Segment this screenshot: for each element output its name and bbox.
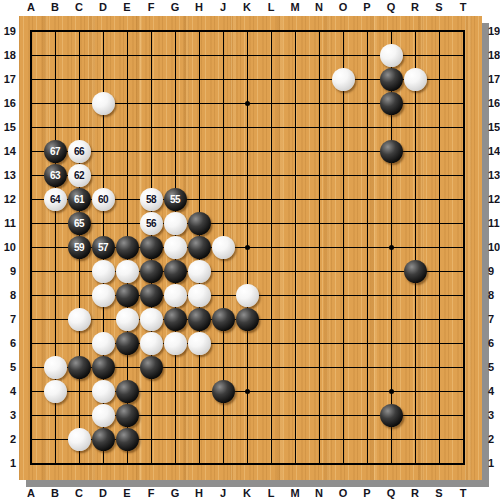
move-number-label: 57 [98,242,108,253]
white-stone-D3[interactable] [92,404,115,427]
white-stone-B4[interactable] [44,380,67,403]
black-stone-E3[interactable] [116,404,139,427]
move-number-label: 56 [146,218,156,229]
black-stone-D5[interactable] [92,356,115,379]
coord-label-row-18: 18 [0,48,16,62]
white-stone-C7[interactable] [68,308,91,331]
coord-label-row-5: 5 [0,360,16,374]
coord-label-row-13: 13 [488,168,500,182]
white-stone-F12[interactable]: 58 [140,188,163,211]
go-board-page: 67666362646160585565565957 AABBCCDDEEFFG… [0,0,500,500]
coord-label-row-19: 19 [488,24,500,38]
coord-label-col-F: F [139,0,163,14]
coord-label-row-4: 4 [0,384,16,398]
coord-label-col-K: K [235,0,259,14]
coord-label-row-13: 13 [0,168,16,182]
white-stone-F6[interactable] [140,332,163,355]
coord-label-row-16: 16 [0,96,16,110]
coord-label-col-P: P [355,0,379,14]
coord-label-row-17: 17 [0,72,16,86]
go-board[interactable]: 67666362646160585565565957 [19,16,482,480]
coord-label-col-Q: Q [379,486,403,500]
coord-label-row-4: 4 [488,384,500,398]
white-stone-H8[interactable] [188,284,211,307]
move-number-label: 63 [50,170,60,181]
white-stone-B5[interactable] [44,356,67,379]
white-stone-G8[interactable] [164,284,187,307]
black-stone-C5[interactable] [68,356,91,379]
coord-label-col-N: N [307,0,331,14]
coord-label-row-2: 2 [488,432,500,446]
white-stone-D8[interactable] [92,284,115,307]
black-stone-H10[interactable] [188,236,211,259]
black-stone-Q3[interactable] [380,404,403,427]
black-stone-K7[interactable] [236,308,259,331]
white-stone-D4[interactable] [92,380,115,403]
coord-label-col-R: R [403,486,427,500]
grid-line-vertical [319,31,320,464]
coord-label-row-11: 11 [488,216,500,230]
grid-line-vertical [439,31,440,464]
coord-label-col-B: B [43,0,67,14]
coord-label-row-3: 3 [0,408,16,422]
coord-label-col-C: C [67,486,91,500]
coord-label-col-R: R [403,0,427,14]
black-stone-H11[interactable] [188,212,211,235]
coord-label-row-19: 19 [0,24,16,38]
white-stone-J10[interactable] [212,236,235,259]
coord-label-col-J: J [211,486,235,500]
black-stone-E10[interactable] [116,236,139,259]
move-number-label: 64 [50,194,60,205]
black-stone-E8[interactable] [116,284,139,307]
coord-label-row-8: 8 [0,288,16,302]
coord-label-row-7: 7 [488,312,500,326]
black-stone-G7[interactable] [164,308,187,331]
coord-label-row-8: 8 [488,288,500,302]
black-stone-Q16[interactable] [380,92,403,115]
grid-line-vertical [343,31,344,464]
move-number-label: 61 [74,194,84,205]
grid-line-vertical [463,31,464,464]
black-stone-J7[interactable] [212,308,235,331]
coord-label-col-O: O [331,0,355,14]
coord-label-col-P: P [355,486,379,500]
coord-label-col-S: S [427,486,451,500]
coord-label-col-J: J [211,0,235,14]
coord-label-col-E: E [115,486,139,500]
white-stone-D12[interactable]: 60 [92,188,115,211]
coord-label-col-M: M [283,0,307,14]
black-stone-G12[interactable]: 55 [164,188,187,211]
coord-label-col-K: K [235,486,259,500]
move-number-label: 65 [74,218,84,229]
black-stone-F8[interactable] [140,284,163,307]
grid-line-vertical [271,31,272,464]
white-stone-R17[interactable] [404,68,427,91]
white-stone-C13[interactable]: 62 [68,164,91,187]
black-stone-D10[interactable]: 57 [92,236,115,259]
black-stone-E4[interactable] [116,380,139,403]
black-stone-H7[interactable] [188,308,211,331]
coord-label-col-G: G [163,486,187,500]
black-stone-B13[interactable]: 63 [44,164,67,187]
black-stone-C10[interactable]: 59 [68,236,91,259]
move-number-label: 58 [146,194,156,205]
coord-label-row-12: 12 [488,192,500,206]
white-stone-E9[interactable] [116,260,139,283]
coord-label-col-O: O [331,486,355,500]
coord-label-col-L: L [259,0,283,14]
white-stone-G10[interactable] [164,236,187,259]
white-stone-O17[interactable] [332,68,355,91]
coord-label-col-G: G [163,0,187,14]
star-point-Q4 [389,389,394,394]
black-stone-E2[interactable] [116,428,139,451]
black-stone-D2[interactable] [92,428,115,451]
coord-label-row-3: 3 [488,408,500,422]
coord-label-col-B: B [43,486,67,500]
coord-label-row-1: 1 [488,456,500,470]
black-stone-Q17[interactable] [380,68,403,91]
coord-label-row-9: 9 [0,264,16,278]
white-stone-K8[interactable] [236,284,259,307]
black-stone-R9[interactable] [404,260,427,283]
white-stone-C2[interactable] [68,428,91,451]
white-stone-B12[interactable]: 64 [44,188,67,211]
white-stone-E7[interactable] [116,308,139,331]
white-stone-H9[interactable] [188,260,211,283]
coord-label-col-D: D [91,0,115,14]
move-number-label: 67 [50,146,60,157]
grid-line-horizontal [31,463,464,464]
coord-label-row-12: 12 [0,192,16,206]
coord-label-row-9: 9 [488,264,500,278]
coord-label-col-Q: Q [379,0,403,14]
coord-label-row-17: 17 [488,72,500,86]
white-stone-D6[interactable] [92,332,115,355]
star-point-K16 [245,101,250,106]
black-stone-C12[interactable]: 61 [68,188,91,211]
coord-label-col-L: L [259,486,283,500]
white-stone-H6[interactable] [188,332,211,355]
coord-label-col-T: T [451,0,475,14]
coord-label-col-A: A [19,0,43,14]
coord-label-row-2: 2 [0,432,16,446]
grid-line-vertical [415,31,416,464]
white-stone-G11[interactable] [164,212,187,235]
white-stone-G6[interactable] [164,332,187,355]
star-point-Q10 [389,245,394,250]
star-point-K4 [245,389,250,394]
coord-label-row-7: 7 [0,312,16,326]
white-stone-Q18[interactable] [380,44,403,67]
coord-label-row-11: 11 [0,216,16,230]
coord-label-row-1: 1 [0,456,16,470]
grid-line-vertical [367,31,368,464]
white-stone-D9[interactable] [92,260,115,283]
white-stone-C14[interactable]: 66 [68,140,91,163]
coord-label-row-16: 16 [488,96,500,110]
black-stone-F9[interactable] [140,260,163,283]
coord-label-row-14: 14 [488,144,500,158]
move-number-label: 66 [74,146,84,157]
coord-label-col-N: N [307,486,331,500]
coord-label-col-H: H [187,486,211,500]
coord-label-row-10: 10 [0,240,16,254]
white-stone-F7[interactable] [140,308,163,331]
coord-label-row-15: 15 [0,120,16,134]
black-stone-B14[interactable]: 67 [44,140,67,163]
coord-label-col-S: S [427,0,451,14]
star-point-K10 [245,245,250,250]
black-stone-C11[interactable]: 65 [68,212,91,235]
coord-label-col-H: H [187,0,211,14]
coord-label-col-A: A [19,486,43,500]
coord-label-row-10: 10 [488,240,500,254]
black-stone-Q14[interactable] [380,140,403,163]
black-stone-F5[interactable] [140,356,163,379]
coord-label-row-6: 6 [0,336,16,350]
coord-label-col-F: F [139,486,163,500]
move-number-label: 62 [74,170,84,181]
coord-label-col-C: C [67,0,91,14]
white-stone-D16[interactable] [92,92,115,115]
coord-label-col-E: E [115,0,139,14]
coord-label-row-14: 14 [0,144,16,158]
white-stone-F11[interactable]: 56 [140,212,163,235]
move-number-label: 55 [170,194,180,205]
coord-label-col-M: M [283,486,307,500]
coord-label-row-6: 6 [488,336,500,350]
black-stone-J4[interactable] [212,380,235,403]
coord-label-col-T: T [451,486,475,500]
black-stone-G9[interactable] [164,260,187,283]
move-number-label: 60 [98,194,108,205]
coord-label-row-5: 5 [488,360,500,374]
coord-label-row-18: 18 [488,48,500,62]
black-stone-F10[interactable] [140,236,163,259]
black-stone-E6[interactable] [116,332,139,355]
coord-label-row-15: 15 [488,120,500,134]
grid-line-vertical [295,31,296,464]
coord-label-col-D: D [91,486,115,500]
move-number-label: 59 [74,242,84,253]
